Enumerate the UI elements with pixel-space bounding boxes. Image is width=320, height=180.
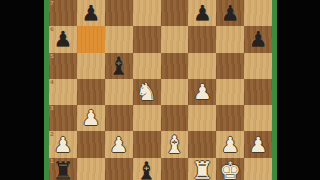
- piece-white-rook-f1[interactable]: ♜: [188, 158, 216, 180]
- square-g5[interactable]: [216, 53, 244, 79]
- square-c3[interactable]: [105, 105, 133, 131]
- square-e2[interactable]: ♝: [161, 131, 189, 157]
- piece-black-pawn-h6[interactable]: ♟: [244, 26, 272, 52]
- square-d4[interactable]: ♞: [133, 79, 161, 105]
- square-a2[interactable]: 2♟: [49, 131, 77, 157]
- square-a1[interactable]: 1♜: [49, 158, 77, 180]
- rank-label-7: 7: [50, 0, 54, 6]
- square-f1[interactable]: ♜: [188, 158, 216, 180]
- square-d6[interactable]: [133, 26, 161, 52]
- square-b6[interactable]: [77, 26, 105, 52]
- square-b7[interactable]: ♟: [77, 0, 105, 26]
- square-h7[interactable]: [244, 0, 272, 26]
- square-b3[interactable]: ♟: [77, 105, 105, 131]
- square-e6[interactable]: [161, 26, 189, 52]
- square-g6[interactable]: [216, 26, 244, 52]
- square-e7[interactable]: [161, 0, 189, 26]
- square-c5[interactable]: ♝: [105, 53, 133, 79]
- square-d5[interactable]: [133, 53, 161, 79]
- piece-white-pawn-g2[interactable]: ♟: [216, 131, 244, 157]
- piece-white-pawn-f4[interactable]: ♟: [188, 79, 216, 105]
- piece-black-pawn-f7[interactable]: ♟: [188, 0, 216, 26]
- letterbox-left: [0, 0, 44, 180]
- square-c1[interactable]: [105, 158, 133, 180]
- piece-black-bishop-d1[interactable]: ♝: [133, 158, 161, 180]
- video-frame: 87♟♟♟6♟♟5♝4♞♟3♟2♟♟♝♟♟1♜♝♜♚: [0, 0, 320, 180]
- square-d1[interactable]: ♝: [133, 158, 161, 180]
- square-f7[interactable]: ♟: [188, 0, 216, 26]
- square-g2[interactable]: ♟: [216, 131, 244, 157]
- square-g4[interactable]: [216, 79, 244, 105]
- square-f5[interactable]: [188, 53, 216, 79]
- square-a3[interactable]: 3: [49, 105, 77, 131]
- square-a4[interactable]: 4: [49, 79, 77, 105]
- piece-white-pawn-a2[interactable]: ♟: [49, 131, 77, 157]
- piece-black-pawn-g7[interactable]: ♟: [216, 0, 244, 26]
- piece-white-pawn-c2[interactable]: ♟: [105, 131, 133, 157]
- square-g7[interactable]: ♟: [216, 0, 244, 26]
- square-h3[interactable]: [244, 105, 272, 131]
- piece-white-pawn-h2[interactable]: ♟: [244, 131, 272, 157]
- square-a5[interactable]: 5: [49, 53, 77, 79]
- square-d3[interactable]: [133, 105, 161, 131]
- piece-black-bishop-c5[interactable]: ♝: [105, 53, 133, 79]
- letterbox-right: [277, 0, 320, 180]
- board-frame: 87♟♟♟6♟♟5♝4♞♟3♟2♟♟♝♟♟1♜♝♜♚: [44, 0, 277, 180]
- square-h1[interactable]: [244, 158, 272, 180]
- square-g1[interactable]: ♚: [216, 158, 244, 180]
- chess-board[interactable]: 87♟♟♟6♟♟5♝4♞♟3♟2♟♟♝♟♟1♜♝♜♚: [49, 0, 272, 180]
- square-h4[interactable]: [244, 79, 272, 105]
- piece-white-king-g1[interactable]: ♚: [216, 158, 244, 180]
- square-e5[interactable]: [161, 53, 189, 79]
- piece-black-rook-a1[interactable]: ♜: [49, 158, 77, 180]
- rank-label-4: 4: [50, 79, 54, 85]
- square-d7[interactable]: [133, 0, 161, 26]
- square-e1[interactable]: [161, 158, 189, 180]
- piece-white-pawn-b3[interactable]: ♟: [77, 105, 105, 131]
- square-h2[interactable]: ♟: [244, 131, 272, 157]
- square-b5[interactable]: [77, 53, 105, 79]
- square-f3[interactable]: [188, 105, 216, 131]
- square-f6[interactable]: [188, 26, 216, 52]
- square-c6[interactable]: [105, 26, 133, 52]
- piece-black-pawn-a6[interactable]: ♟: [49, 26, 77, 52]
- square-b2[interactable]: [77, 131, 105, 157]
- square-e4[interactable]: [161, 79, 189, 105]
- square-d2[interactable]: [133, 131, 161, 157]
- square-g3[interactable]: [216, 105, 244, 131]
- square-a6[interactable]: 6♟: [49, 26, 77, 52]
- square-b1[interactable]: [77, 158, 105, 180]
- square-c7[interactable]: [105, 0, 133, 26]
- rank-label-5: 5: [50, 53, 54, 59]
- square-f4[interactable]: ♟: [188, 79, 216, 105]
- square-h5[interactable]: [244, 53, 272, 79]
- square-f2[interactable]: [188, 131, 216, 157]
- square-c4[interactable]: [105, 79, 133, 105]
- square-c2[interactable]: ♟: [105, 131, 133, 157]
- square-a7[interactable]: 7: [49, 0, 77, 26]
- piece-black-pawn-b7[interactable]: ♟: [77, 0, 105, 26]
- square-b4[interactable]: [77, 79, 105, 105]
- rank-label-3: 3: [50, 105, 54, 111]
- square-h6[interactable]: ♟: [244, 26, 272, 52]
- piece-white-bishop-e2[interactable]: ♝: [161, 131, 189, 157]
- square-e3[interactable]: [161, 105, 189, 131]
- piece-white-knight-d4[interactable]: ♞: [133, 79, 161, 105]
